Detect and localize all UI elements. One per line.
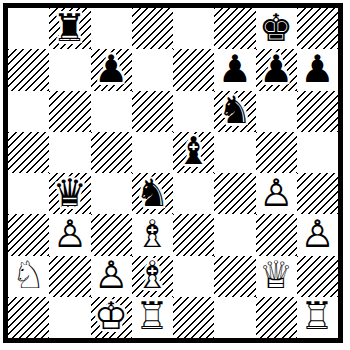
square-e1[interactable]	[173, 297, 214, 338]
square-d6[interactable]	[132, 91, 173, 132]
square-c8[interactable]	[91, 8, 132, 49]
black-knight-f6[interactable]: ♞	[214, 91, 255, 132]
square-d1[interactable]: ♜♖	[132, 297, 173, 338]
square-b6[interactable]	[49, 91, 90, 132]
square-c5[interactable]	[91, 132, 132, 173]
square-c7[interactable]: ♟	[91, 49, 132, 90]
square-c2[interactable]: ♟♙	[91, 256, 132, 297]
square-a7[interactable]	[8, 49, 49, 90]
white-queen-g2[interactable]: ♛♕	[256, 256, 297, 297]
square-h1[interactable]: ♜♖	[297, 297, 338, 338]
square-d4[interactable]: ♞	[132, 173, 173, 214]
square-a5[interactable]	[8, 132, 49, 173]
square-h2[interactable]	[297, 256, 338, 297]
square-b4[interactable]: ♛	[49, 173, 90, 214]
square-b8[interactable]: ♜	[49, 8, 90, 49]
square-e7[interactable]	[173, 49, 214, 90]
square-b7[interactable]	[49, 49, 90, 90]
white-rook-h1[interactable]: ♜♖	[297, 297, 338, 338]
white-bishop-d2[interactable]: ♝♗	[132, 256, 173, 297]
square-e2[interactable]	[173, 256, 214, 297]
square-b1[interactable]	[49, 297, 90, 338]
square-e8[interactable]	[173, 8, 214, 49]
square-c4[interactable]	[91, 173, 132, 214]
square-g7[interactable]: ♟	[256, 49, 297, 90]
square-g3[interactable]	[256, 214, 297, 255]
black-rook-b8[interactable]: ♜	[49, 8, 90, 49]
white-knight-a2[interactable]: ♞♘	[8, 256, 49, 297]
square-e6[interactable]	[173, 91, 214, 132]
square-b2[interactable]	[49, 256, 90, 297]
square-a4[interactable]	[8, 173, 49, 214]
square-h5[interactable]	[297, 132, 338, 173]
square-h8[interactable]	[297, 8, 338, 49]
square-h3[interactable]: ♟♙	[297, 214, 338, 255]
square-e3[interactable]	[173, 214, 214, 255]
square-c3[interactable]	[91, 214, 132, 255]
white-rook-d1[interactable]: ♜♖	[132, 297, 173, 338]
square-e4[interactable]	[173, 173, 214, 214]
square-g8[interactable]: ♚	[256, 8, 297, 49]
white-pawn-b3[interactable]: ♟♙	[49, 214, 90, 255]
chess-board: ♜♚♟♟♟♟♞♝♛♞♟♙♟♙♝♗♟♙♞♘♟♙♝♗♛♕♚♔♜♖♜♖	[8, 8, 338, 338]
black-pawn-h7[interactable]: ♟	[297, 49, 338, 90]
square-c1[interactable]: ♚♔	[91, 297, 132, 338]
white-pawn-c2[interactable]: ♟♙	[91, 256, 132, 297]
square-e5[interactable]: ♝	[173, 132, 214, 173]
square-a3[interactable]	[8, 214, 49, 255]
square-g4[interactable]: ♟♙	[256, 173, 297, 214]
square-f3[interactable]	[214, 214, 255, 255]
board-frame: ♜♚♟♟♟♟♞♝♛♞♟♙♟♙♝♗♟♙♞♘♟♙♝♗♛♕♚♔♜♖♜♖	[3, 3, 343, 343]
square-g6[interactable]	[256, 91, 297, 132]
square-a6[interactable]	[8, 91, 49, 132]
square-d7[interactable]	[132, 49, 173, 90]
square-f7[interactable]: ♟	[214, 49, 255, 90]
square-a1[interactable]	[8, 297, 49, 338]
square-b5[interactable]	[49, 132, 90, 173]
square-f8[interactable]	[214, 8, 255, 49]
square-g1[interactable]	[256, 297, 297, 338]
square-d8[interactable]	[132, 8, 173, 49]
square-g5[interactable]	[256, 132, 297, 173]
square-f6[interactable]: ♞	[214, 91, 255, 132]
square-f5[interactable]	[214, 132, 255, 173]
chess-diagram: ♜♚♟♟♟♟♞♝♛♞♟♙♟♙♝♗♟♙♞♘♟♙♝♗♛♕♚♔♜♖♜♖	[0, 0, 350, 350]
square-h7[interactable]: ♟	[297, 49, 338, 90]
white-pawn-g4[interactable]: ♟♙	[256, 173, 297, 214]
square-g2[interactable]: ♛♕	[256, 256, 297, 297]
square-b3[interactable]: ♟♙	[49, 214, 90, 255]
black-pawn-g7[interactable]: ♟	[256, 49, 297, 90]
white-pawn-h3[interactable]: ♟♙	[297, 214, 338, 255]
square-d5[interactable]	[132, 132, 173, 173]
black-queen-b4[interactable]: ♛	[49, 173, 90, 214]
square-c6[interactable]	[91, 91, 132, 132]
black-bishop-e5[interactable]: ♝	[173, 132, 214, 173]
black-king-g8[interactable]: ♚	[256, 8, 297, 49]
square-a8[interactable]	[8, 8, 49, 49]
square-f2[interactable]	[214, 256, 255, 297]
square-f4[interactable]	[214, 173, 255, 214]
black-pawn-c7[interactable]: ♟	[91, 49, 132, 90]
square-a2[interactable]: ♞♘	[8, 256, 49, 297]
square-d3[interactable]: ♝♗	[132, 214, 173, 255]
square-d2[interactable]: ♝♗	[132, 256, 173, 297]
white-king-c1[interactable]: ♚♔	[91, 297, 132, 338]
square-h4[interactable]	[297, 173, 338, 214]
white-bishop-d3[interactable]: ♝♗	[132, 214, 173, 255]
black-knight-d4[interactable]: ♞	[132, 173, 173, 214]
black-pawn-f7[interactable]: ♟	[214, 49, 255, 90]
square-h6[interactable]	[297, 91, 338, 132]
square-f1[interactable]	[214, 297, 255, 338]
